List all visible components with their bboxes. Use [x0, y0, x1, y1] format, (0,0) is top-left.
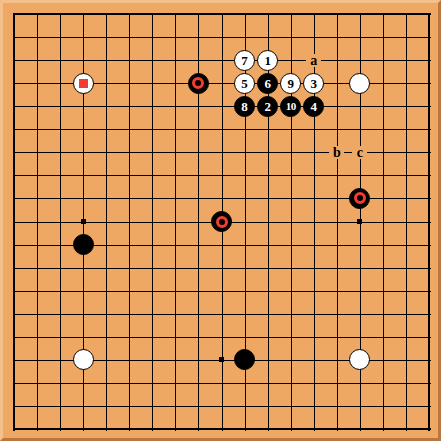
black-stone-circle-marked — [188, 73, 209, 94]
go-board: 71569382104abc — [0, 0, 441, 441]
move-number: 5 — [241, 77, 248, 90]
move-number: 2 — [264, 100, 271, 113]
move-number: 9 — [287, 77, 294, 90]
red-circle-marker — [192, 77, 204, 89]
black-stone — [234, 349, 255, 370]
white-stone-move-9: 9 — [280, 73, 301, 94]
move-number: 7 — [241, 54, 248, 67]
white-stone-move-3: 3 — [303, 73, 324, 94]
move-number: 1 — [264, 54, 271, 67]
white-stone — [349, 349, 370, 370]
grid-line-horizontal — [13, 337, 431, 338]
grid-line-vertical — [383, 13, 384, 431]
grid-line-vertical — [406, 13, 407, 431]
black-stone-move-8: 8 — [234, 96, 255, 117]
red-square-marker — [79, 79, 88, 88]
letter-annotation-a: a — [306, 54, 321, 67]
move-number: 8 — [241, 100, 248, 113]
letter-annotation-c: c — [352, 146, 367, 159]
grid-line-vertical — [337, 13, 338, 431]
move-number: 3 — [311, 77, 318, 90]
grid-line-horizontal — [13, 268, 431, 269]
black-stone-move-4: 4 — [303, 96, 324, 117]
white-stone-move-5: 5 — [234, 73, 255, 94]
white-stone — [349, 73, 370, 94]
grid-line-horizontal — [13, 428, 431, 430]
black-stone-move-2: 2 — [257, 96, 278, 117]
red-circle-marker — [354, 192, 366, 204]
black-stone-move-6: 6 — [257, 73, 278, 94]
black-stone-move-10: 10 — [280, 96, 301, 117]
letter-annotation-b: b — [329, 146, 344, 159]
red-circle-marker — [216, 216, 228, 228]
grid-line-horizontal — [13, 406, 431, 407]
black-stone-circle-marked — [349, 188, 370, 209]
white-stone — [73, 349, 94, 370]
black-stone — [73, 234, 94, 255]
grid-line-horizontal — [13, 314, 431, 315]
star-point — [219, 357, 224, 362]
star-point — [357, 219, 362, 224]
grid-line-vertical — [428, 13, 430, 431]
white-stone-square-marked — [73, 73, 94, 94]
white-stone-move-7: 7 — [234, 50, 255, 71]
move-number: 10 — [286, 101, 296, 112]
move-number: 6 — [264, 77, 271, 90]
grid-line-horizontal — [13, 291, 431, 292]
black-stone-circle-marked — [211, 211, 232, 232]
move-number: 4 — [311, 100, 318, 113]
white-stone-move-1: 1 — [257, 50, 278, 71]
grid-line-horizontal — [13, 383, 431, 384]
star-point — [81, 219, 86, 224]
